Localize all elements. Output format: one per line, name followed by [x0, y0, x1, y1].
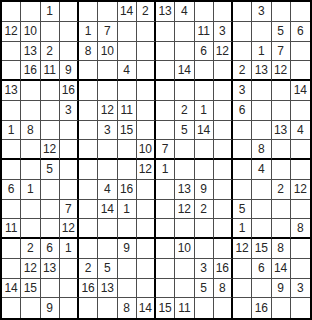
given-digit: 13	[24, 45, 37, 57]
cell-r1c8[interactable]: 2	[137, 2, 156, 22]
cell-r5c16[interactable]: 14	[291, 81, 310, 101]
cell-r7c6[interactable]: 3	[98, 121, 117, 141]
cell-r13c6[interactable]	[98, 239, 117, 259]
given-digit: 1	[8, 124, 15, 136]
cell-r6c5[interactable]	[79, 101, 98, 121]
cell-r8c4[interactable]	[60, 140, 79, 160]
given-digit: 3	[65, 104, 72, 116]
cell-r2c12[interactable]: 3	[214, 22, 233, 42]
cell-r7c10[interactable]: 5	[175, 121, 194, 141]
cell-r1c5[interactable]	[79, 2, 98, 22]
cell-r3c5[interactable]: 8	[79, 42, 98, 62]
cell-r12c14[interactable]	[252, 219, 271, 239]
cell-r14c11[interactable]: 3	[195, 259, 214, 279]
cell-r12c6[interactable]	[98, 219, 117, 239]
cell-r7c9[interactable]	[156, 121, 175, 141]
cell-r12c16[interactable]: 8	[291, 219, 310, 239]
cell-r4c2[interactable]: 16	[21, 61, 40, 81]
cell-r2c2[interactable]: 10	[21, 22, 40, 42]
cell-r8c3[interactable]: 12	[41, 140, 60, 160]
cell-r6c13[interactable]: 6	[233, 101, 252, 121]
cell-r16c12[interactable]	[214, 298, 233, 318]
cell-r15c16[interactable]: 3	[291, 279, 310, 299]
cell-r3c14[interactable]: 1	[252, 42, 271, 62]
cell-r16c11[interactable]	[195, 298, 214, 318]
cell-r3c16[interactable]	[291, 42, 310, 62]
cell-r4c3[interactable]: 11	[41, 61, 60, 81]
cell-r3c8[interactable]	[137, 42, 156, 62]
cell-r5c15[interactable]	[272, 81, 291, 101]
given-digit: 3	[258, 5, 265, 17]
cell-r5c14[interactable]	[252, 81, 271, 101]
cell-r11c8[interactable]	[137, 200, 156, 220]
cell-r8c7[interactable]	[118, 140, 137, 160]
given-digit: 5	[239, 203, 246, 215]
cell-r11c16[interactable]	[291, 200, 310, 220]
cell-r4c14[interactable]: 13	[252, 61, 271, 81]
cell-r15c15[interactable]: 9	[272, 279, 291, 299]
given-digit: 13	[4, 84, 17, 96]
cell-r12c9[interactable]	[156, 219, 175, 239]
cell-r9c6[interactable]	[98, 160, 117, 180]
cell-r1c3[interactable]: 1	[41, 2, 60, 22]
cell-r12c7[interactable]	[118, 219, 137, 239]
cell-r6c2[interactable]	[21, 101, 40, 121]
cell-r16c1[interactable]	[2, 298, 21, 318]
cell-r9c10[interactable]	[175, 160, 194, 180]
cell-r16c2[interactable]	[21, 298, 40, 318]
cell-r11c11[interactable]: 2	[195, 200, 214, 220]
cell-r11c1[interactable]	[2, 200, 21, 220]
cell-r6c4[interactable]: 3	[60, 101, 79, 121]
cell-r5c8[interactable]	[137, 81, 156, 101]
given-digit: 12	[178, 203, 191, 215]
cell-r12c2[interactable]	[21, 219, 40, 239]
cell-r13c8[interactable]	[137, 239, 156, 259]
cell-r3c10[interactable]	[175, 42, 194, 62]
cell-r14c15[interactable]: 14	[272, 259, 291, 279]
cell-r13c11[interactable]	[195, 239, 214, 259]
cell-r13c5[interactable]	[79, 239, 98, 259]
cell-r7c16[interactable]: 4	[291, 121, 310, 141]
cell-r8c13[interactable]	[233, 140, 252, 160]
cell-r12c3[interactable]	[41, 219, 60, 239]
cell-r15c2[interactable]: 15	[21, 279, 40, 299]
cell-r4c9[interactable]	[156, 61, 175, 81]
cell-r6c16[interactable]	[291, 101, 310, 121]
given-digit: 1	[258, 45, 265, 57]
given-digit: 9	[46, 302, 53, 314]
cell-r4c13[interactable]: 2	[233, 61, 252, 81]
cell-r7c3[interactable]	[41, 121, 60, 141]
cell-r9c3[interactable]: 5	[41, 160, 60, 180]
cell-r10c12[interactable]	[214, 180, 233, 200]
cell-r8c2[interactable]	[21, 140, 40, 160]
cell-r11c9[interactable]	[156, 200, 175, 220]
cell-r8c1[interactable]	[2, 140, 21, 160]
cell-r7c15[interactable]: 13	[272, 121, 291, 141]
cell-r13c13[interactable]: 12	[233, 239, 252, 259]
cell-r5c6[interactable]	[98, 81, 117, 101]
cell-r15c7[interactable]	[118, 279, 137, 299]
cell-r7c14[interactable]	[252, 121, 271, 141]
cell-r9c8[interactable]: 12	[137, 160, 156, 180]
cell-r3c7[interactable]	[118, 42, 137, 62]
cell-r1c12[interactable]	[214, 2, 233, 22]
cell-r14c14[interactable]: 6	[252, 259, 271, 279]
cell-r7c2[interactable]: 8	[21, 121, 40, 141]
cell-r14c7[interactable]	[118, 259, 137, 279]
cell-r10c9[interactable]	[156, 180, 175, 200]
cell-r5c5[interactable]	[79, 81, 98, 101]
cell-r8c12[interactable]	[214, 140, 233, 160]
cell-r10c6[interactable]: 4	[98, 180, 117, 200]
cell-r16c13[interactable]	[233, 298, 252, 318]
cell-r2c9[interactable]	[156, 22, 175, 42]
cell-r12c11[interactable]	[195, 219, 214, 239]
cell-r15c9[interactable]	[156, 279, 175, 299]
cell-r5c11[interactable]	[195, 81, 214, 101]
cell-r11c15[interactable]	[272, 200, 291, 220]
cell-r13c2[interactable]: 2	[21, 239, 40, 259]
given-digit: 6	[297, 25, 304, 37]
cell-r12c5[interactable]	[79, 219, 98, 239]
cell-r11c13[interactable]: 5	[233, 200, 252, 220]
given-digit: 2	[46, 45, 53, 57]
cell-r15c12[interactable]: 8	[214, 279, 233, 299]
cell-r7c5[interactable]	[79, 121, 98, 141]
cell-r16c8[interactable]: 14	[137, 298, 156, 318]
cell-r11c7[interactable]: 1	[118, 200, 137, 220]
cell-r3c2[interactable]: 13	[21, 42, 40, 62]
cell-r2c14[interactable]	[252, 22, 271, 42]
cell-r5c9[interactable]	[156, 81, 175, 101]
cell-r9c14[interactable]: 4	[252, 160, 271, 180]
given-digit: 16	[216, 262, 229, 274]
cell-r1c6[interactable]	[98, 2, 117, 22]
given-digit: 1	[46, 5, 53, 17]
cell-r1c2[interactable]	[21, 2, 40, 22]
cell-r3c6[interactable]: 10	[98, 42, 117, 62]
given-digit: 11	[178, 302, 190, 314]
cell-r12c13[interactable]: 1	[233, 219, 252, 239]
cell-r13c7[interactable]: 9	[118, 239, 137, 259]
given-digit: 9	[200, 183, 207, 195]
cell-r14c3[interactable]: 13	[41, 259, 60, 279]
given-digit: 12	[62, 222, 75, 234]
cell-r7c13[interactable]	[233, 121, 252, 141]
cell-r7c7[interactable]: 15	[118, 121, 137, 141]
given-digit: 11	[197, 25, 209, 37]
cell-r6c8[interactable]	[137, 101, 156, 121]
cell-r1c13[interactable]	[233, 2, 252, 22]
given-digit: 13	[43, 262, 56, 274]
cell-r8c15[interactable]	[272, 140, 291, 160]
cell-r10c3[interactable]	[41, 180, 60, 200]
cell-r10c16[interactable]: 12	[291, 180, 310, 200]
cell-r10c5[interactable]	[79, 180, 98, 200]
cell-r11c6[interactable]: 14	[98, 200, 117, 220]
cell-r7c12[interactable]	[214, 121, 233, 141]
cell-r10c1[interactable]: 6	[2, 180, 21, 200]
given-digit: 2	[239, 64, 246, 76]
cell-r16c14[interactable]: 16	[252, 298, 271, 318]
cell-r2c8[interactable]	[137, 22, 156, 42]
cell-r13c15[interactable]: 8	[272, 239, 291, 259]
cell-r12c8[interactable]	[137, 219, 156, 239]
given-digit: 1	[162, 163, 169, 175]
cell-r2c16[interactable]: 6	[291, 22, 310, 42]
cell-r2c10[interactable]	[175, 22, 194, 42]
cell-r10c4[interactable]	[60, 180, 79, 200]
cell-r16c10[interactable]: 11	[175, 298, 194, 318]
given-digit: 5	[277, 25, 284, 37]
cell-r5c3[interactable]	[41, 81, 60, 101]
cell-r12c12[interactable]	[214, 219, 233, 239]
cell-r3c13[interactable]	[233, 42, 252, 62]
cell-r9c12[interactable]	[214, 160, 233, 180]
cell-r10c13[interactable]	[233, 180, 252, 200]
cell-r1c14[interactable]: 3	[252, 2, 271, 22]
cell-r9c4[interactable]	[60, 160, 79, 180]
cell-r6c3[interactable]	[41, 101, 60, 121]
cell-r15c11[interactable]: 5	[195, 279, 214, 299]
given-digit: 14	[294, 84, 307, 96]
cell-r16c7[interactable]: 8	[118, 298, 137, 318]
cell-r10c8[interactable]	[137, 180, 156, 200]
cell-r16c5[interactable]	[79, 298, 98, 318]
cell-r14c1[interactable]	[2, 259, 21, 279]
cell-r4c5[interactable]	[79, 61, 98, 81]
cell-r13c4[interactable]: 1	[60, 239, 79, 259]
given-digit: 12	[294, 183, 307, 195]
cell-r15c14[interactable]	[252, 279, 271, 299]
cell-r9c7[interactable]	[118, 160, 137, 180]
cell-r15c5[interactable]: 16	[79, 279, 98, 299]
cell-r11c10[interactable]: 12	[175, 200, 194, 220]
cell-r13c10[interactable]: 10	[175, 239, 194, 259]
cell-r14c13[interactable]	[233, 259, 252, 279]
cell-r14c10[interactable]	[175, 259, 194, 279]
cell-r10c7[interactable]: 16	[118, 180, 137, 200]
cell-r8c6[interactable]	[98, 140, 117, 160]
cell-r1c1[interactable]	[2, 2, 21, 22]
cell-r9c1[interactable]	[2, 160, 21, 180]
cell-r6c6[interactable]: 12	[98, 101, 117, 121]
cell-r5c10[interactable]	[175, 81, 194, 101]
cell-r1c16[interactable]	[291, 2, 310, 22]
cell-r5c4[interactable]: 16	[60, 81, 79, 101]
given-digit: 8	[27, 124, 34, 136]
cell-r15c4[interactable]	[60, 279, 79, 299]
cell-r4c11[interactable]	[195, 61, 214, 81]
cell-r2c13[interactable]	[233, 22, 252, 42]
cell-r3c15[interactable]: 7	[272, 42, 291, 62]
given-digit: 5	[104, 262, 111, 274]
cell-r16c16[interactable]	[291, 298, 310, 318]
cell-r4c15[interactable]: 12	[272, 61, 291, 81]
cell-r4c16[interactable]	[291, 61, 310, 81]
cell-r13c16[interactable]	[291, 239, 310, 259]
cell-r12c15[interactable]	[272, 219, 291, 239]
cell-r4c1[interactable]	[2, 61, 21, 81]
cell-r1c11[interactable]	[195, 2, 214, 22]
cell-r8c8[interactable]: 10	[137, 140, 156, 160]
cell-r10c11[interactable]: 9	[195, 180, 214, 200]
cell-r3c12[interactable]: 12	[214, 42, 233, 62]
cell-r13c12[interactable]	[214, 239, 233, 259]
cell-r10c14[interactable]	[252, 180, 271, 200]
cell-r14c4[interactable]	[60, 259, 79, 279]
cell-r4c10[interactable]: 14	[175, 61, 194, 81]
given-digit: 7	[162, 143, 169, 155]
cell-r8c16[interactable]	[291, 140, 310, 160]
cell-r1c4[interactable]	[60, 2, 79, 22]
cell-r14c9[interactable]	[156, 259, 175, 279]
given-digit: 12	[139, 163, 152, 175]
cell-r2c4[interactable]	[60, 22, 79, 42]
cell-r3c4[interactable]	[60, 42, 79, 62]
cell-r6c11[interactable]: 1	[195, 101, 214, 121]
cell-r15c8[interactable]	[137, 279, 156, 299]
cell-r11c12[interactable]	[214, 200, 233, 220]
given-digit: 11	[5, 222, 17, 234]
cell-r1c10[interactable]: 4	[175, 2, 194, 22]
cell-r3c1[interactable]	[2, 42, 21, 62]
cell-r2c3[interactable]	[41, 22, 60, 42]
cell-r15c3[interactable]	[41, 279, 60, 299]
cell-r7c4[interactable]	[60, 121, 79, 141]
cell-r2c15[interactable]: 5	[272, 22, 291, 42]
cell-r4c7[interactable]: 4	[118, 61, 137, 81]
cell-r9c15[interactable]	[272, 160, 291, 180]
given-digit: 2	[200, 203, 207, 215]
cell-r8c5[interactable]	[79, 140, 98, 160]
cell-r9c5[interactable]	[79, 160, 98, 180]
cell-r9c2[interactable]	[21, 160, 40, 180]
cell-r6c1[interactable]	[2, 101, 21, 121]
cell-r5c12[interactable]	[214, 81, 233, 101]
cell-r8c10[interactable]	[175, 140, 194, 160]
cell-r11c4[interactable]: 7	[60, 200, 79, 220]
cell-r16c9[interactable]: 15	[156, 298, 175, 318]
cell-r4c12[interactable]	[214, 61, 233, 81]
cell-r6c10[interactable]: 2	[175, 101, 194, 121]
cell-r9c13[interactable]	[233, 160, 252, 180]
cell-r2c11[interactable]: 11	[195, 22, 214, 42]
cell-r10c2[interactable]: 1	[21, 180, 40, 200]
cell-r9c16[interactable]	[291, 160, 310, 180]
cell-r3c9[interactable]	[156, 42, 175, 62]
given-digit: 6	[200, 45, 207, 57]
cell-r15c10[interactable]	[175, 279, 194, 299]
cell-r14c12[interactable]: 16	[214, 259, 233, 279]
given-digit: 3	[200, 262, 207, 274]
cell-r15c6[interactable]: 13	[98, 279, 117, 299]
cell-r8c9[interactable]: 7	[156, 140, 175, 160]
cell-r1c9[interactable]: 13	[156, 2, 175, 22]
given-digit: 9	[277, 282, 284, 294]
cell-r5c2[interactable]	[21, 81, 40, 101]
cell-r5c1[interactable]: 13	[2, 81, 21, 101]
cell-r16c6[interactable]	[98, 298, 117, 318]
cell-r7c8[interactable]	[137, 121, 156, 141]
cell-r11c5[interactable]	[79, 200, 98, 220]
cell-r6c12[interactable]	[214, 101, 233, 121]
cell-r2c7[interactable]	[118, 22, 137, 42]
cell-r5c7[interactable]	[118, 81, 137, 101]
given-digit: 4	[104, 183, 111, 195]
cell-r1c7[interactable]: 14	[118, 2, 137, 22]
cell-r11c3[interactable]	[41, 200, 60, 220]
cell-r13c9[interactable]	[156, 239, 175, 259]
given-digit: 1	[123, 203, 130, 215]
cell-r14c2[interactable]: 12	[21, 259, 40, 279]
given-digit: 16	[255, 302, 268, 314]
cell-r7c1[interactable]: 1	[2, 121, 21, 141]
cell-r6c15[interactable]	[272, 101, 291, 121]
given-digit: 8	[277, 242, 284, 254]
cell-r7c11[interactable]: 14	[195, 121, 214, 141]
given-digit: 10	[178, 242, 191, 254]
cell-r12c1[interactable]: 11	[2, 219, 21, 239]
cell-r2c5[interactable]: 1	[79, 22, 98, 42]
cell-r3c3[interactable]: 2	[41, 42, 60, 62]
cell-r3c11[interactable]: 6	[195, 42, 214, 62]
cell-r9c11[interactable]	[195, 160, 214, 180]
cell-r11c14[interactable]	[252, 200, 271, 220]
cell-r15c13[interactable]	[233, 279, 252, 299]
given-digit: 13	[255, 64, 268, 76]
cell-r16c4[interactable]	[60, 298, 79, 318]
cell-r2c1[interactable]: 12	[2, 22, 21, 42]
cell-r9c9[interactable]: 1	[156, 160, 175, 180]
cell-r8c14[interactable]: 8	[252, 140, 271, 160]
cell-r10c15[interactable]: 2	[272, 180, 291, 200]
given-digit: 8	[297, 222, 304, 234]
given-digit: 15	[255, 242, 268, 254]
cell-r4c6[interactable]	[98, 61, 117, 81]
cell-r12c4[interactable]: 12	[60, 219, 79, 239]
cell-r2c6[interactable]: 7	[98, 22, 117, 42]
cell-r6c14[interactable]	[252, 101, 271, 121]
cell-r14c5[interactable]: 2	[79, 259, 98, 279]
cell-r12c10[interactable]	[175, 219, 194, 239]
cell-r14c6[interactable]: 5	[98, 259, 117, 279]
given-digit: 1	[65, 242, 72, 254]
cell-r13c1[interactable]	[2, 239, 21, 259]
given-digit: 1	[85, 25, 92, 37]
cell-r16c3[interactable]: 9	[41, 298, 60, 318]
cell-r4c8[interactable]	[137, 61, 156, 81]
cell-r4c4[interactable]: 9	[60, 61, 79, 81]
cell-r11c2[interactable]	[21, 200, 40, 220]
sudoku-board: 1142134312101711356132810612171611941421…	[0, 0, 312, 320]
given-digit: 13	[101, 282, 114, 294]
cell-r5c13[interactable]: 3	[233, 81, 252, 101]
cell-r1c15[interactable]	[272, 2, 291, 22]
cell-r15c1[interactable]: 14	[2, 279, 21, 299]
cell-r16c15[interactable]	[272, 298, 291, 318]
cell-r13c14[interactable]: 15	[252, 239, 271, 259]
cell-r14c16[interactable]	[291, 259, 310, 279]
cell-r14c8[interactable]	[137, 259, 156, 279]
cell-r6c7[interactable]: 11	[118, 101, 137, 121]
cell-r10c10[interactable]: 13	[175, 180, 194, 200]
cell-r6c9[interactable]	[156, 101, 175, 121]
cell-r8c11[interactable]	[195, 140, 214, 160]
cell-r13c3[interactable]: 6	[41, 239, 60, 259]
